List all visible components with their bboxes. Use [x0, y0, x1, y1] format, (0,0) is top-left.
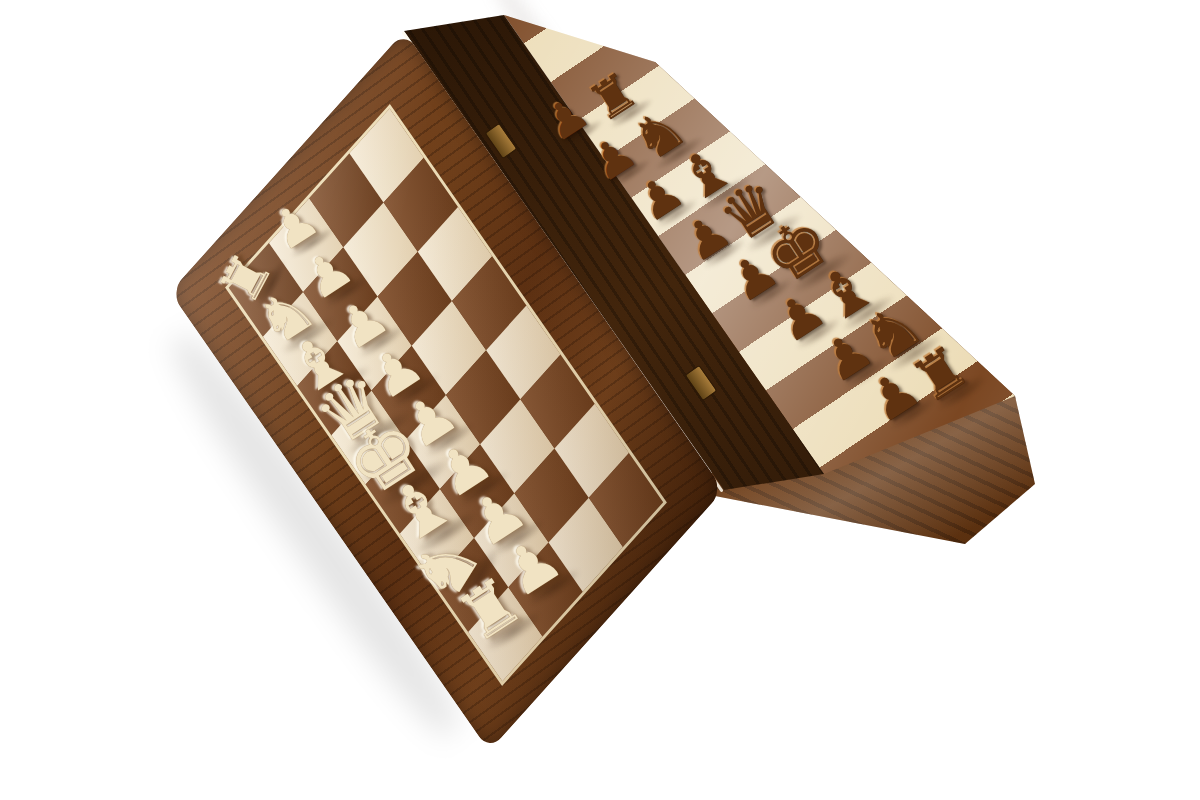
- chess-set-photo: ♜♟♜♟♞♟♞♟♝♟♝♟♛♟♛♟♚♟♚♟♝♟♝♟♞♟♞♟♜♟♜♟: [0, 0, 1200, 800]
